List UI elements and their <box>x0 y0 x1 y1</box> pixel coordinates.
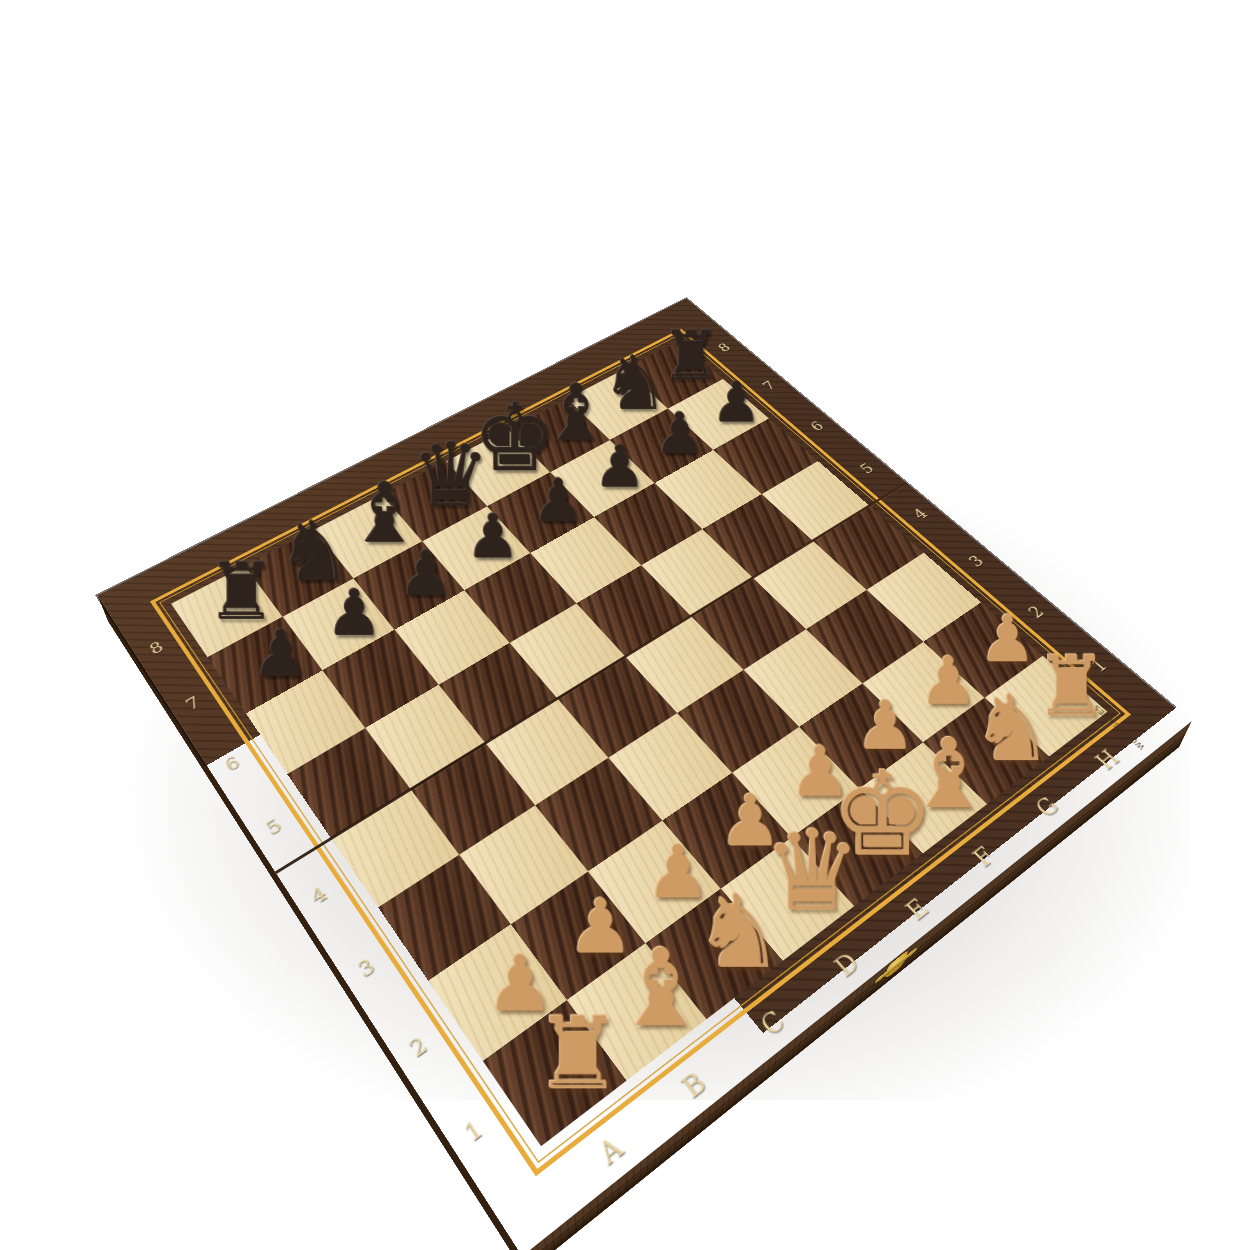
photo-background: ABCDEFGH 87654321 87654321 ♜♞♝♛♚♝♞♜♟♟♟♟♟… <box>0 0 1250 1250</box>
black-pawn: ♟ <box>654 405 705 462</box>
black-pawn: ♟ <box>594 437 646 495</box>
black-pawn: ♟ <box>326 581 383 645</box>
rank-label-left-6: 6 <box>196 724 269 804</box>
black-pawn: ♟ <box>466 506 520 567</box>
black-pawn: ♟ <box>712 374 762 430</box>
scene: ABCDEFGH 87654321 87654321 ♜♞♝♛♚♝♞♜♟♟♟♟♟… <box>0 0 1250 1250</box>
rank-label-left-7: 7 <box>158 666 228 741</box>
file-label-h: H <box>1064 725 1149 795</box>
board-frame: ABCDEFGH 87654321 87654321 ♜♞♝♛♚♝♞♜♟♟♟♟♟… <box>98 298 1192 1250</box>
white-rook: ♜ <box>533 1005 623 1105</box>
white-pawn: ♟ <box>918 648 977 714</box>
rank-label-left-8: 8 <box>123 613 190 684</box>
black-pawn: ♟ <box>251 621 309 686</box>
black-pawn: ♟ <box>398 543 454 605</box>
black-pawn: ♟ <box>531 471 584 530</box>
white-pawn: ♟ <box>979 606 1037 671</box>
chess-board: ABCDEFGH 87654321 87654321 ♜♞♝♛♚♝♞♜♟♟♟♟♟… <box>98 298 1192 1250</box>
squares-grid: ♜♞♝♛♚♝♞♜♟♟♟♟♟♟♟♟♟♟♟♟♟♟♟♟♜♝♞♛♚♝♞♜WOODGAME… <box>171 341 1107 1146</box>
white-bishop: ♝ <box>613 935 709 1042</box>
